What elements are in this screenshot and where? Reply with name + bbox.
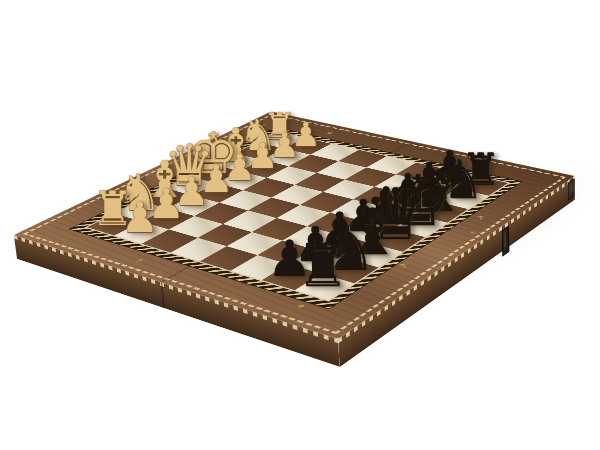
perspective-scene: ➔➔➔✳➔✦➔ — [0, 0, 600, 450]
camera-tilt-wrapper: ➔➔➔✳➔✦➔ — [0, 0, 600, 450]
chess-board: ➔➔➔✳➔✦➔ — [14, 111, 575, 339]
corner-clasp — [568, 178, 575, 201]
arrow-inlay: ➔ — [257, 123, 270, 127]
fold-latch — [502, 225, 510, 257]
side-fold-seam — [161, 282, 165, 308]
chess-set-product-photo: ➔➔➔✳➔✦➔ ♜♞♝♛♚♝♞♜♟♟♟♟♟♟♟♟♟♟♟♟♟♟♟♟♜♞♝♛♚♝♞♜ — [0, 0, 600, 450]
